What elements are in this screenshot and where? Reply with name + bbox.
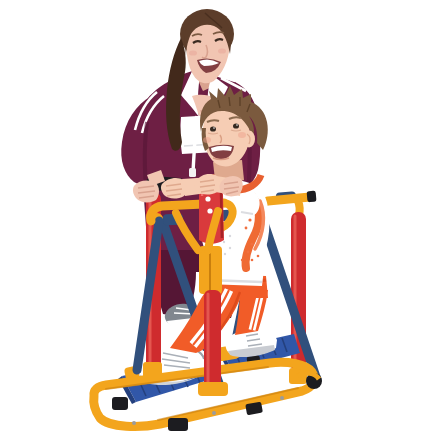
base-foot (112, 397, 128, 410)
base-foot (168, 418, 188, 431)
woman-cheek (218, 48, 226, 53)
product-photo (0, 0, 440, 440)
woman-cheek (189, 50, 197, 55)
boy-eye-glint (236, 124, 238, 126)
base-bolt (132, 421, 136, 425)
center-base-joint (198, 382, 228, 396)
console-dot (207, 208, 212, 213)
boy-eye (233, 123, 239, 128)
base-bolt (280, 396, 284, 400)
boy-eye (210, 126, 216, 131)
right-bar-end-cap (307, 191, 317, 203)
boy-cheek (203, 137, 211, 143)
boy-eye-glint (213, 127, 215, 129)
left-post-foot-joint (143, 362, 162, 379)
zipper-pull (189, 168, 196, 177)
boy-cheek (238, 132, 246, 138)
scene-illustration (0, 0, 440, 440)
console-dot (205, 196, 210, 201)
base-bolt (212, 411, 216, 415)
